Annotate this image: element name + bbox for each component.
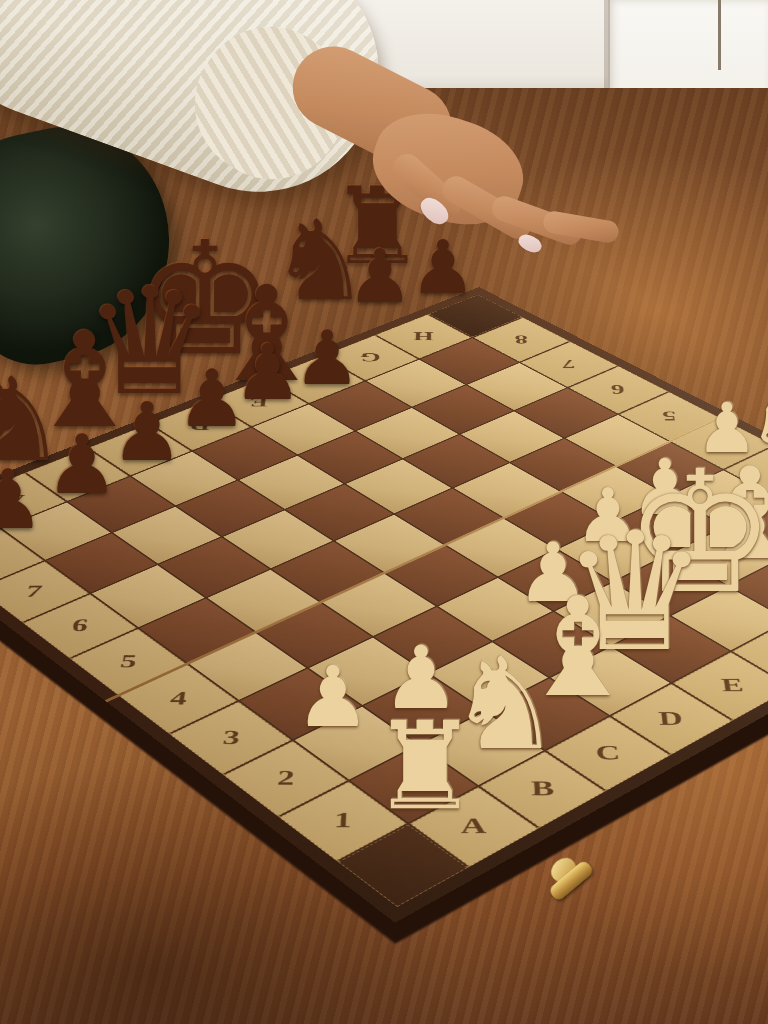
file-label-g: G [359, 351, 380, 365]
rank-label-7: 7 [24, 582, 44, 601]
door-frame-seam [718, 0, 721, 70]
piece-black-pawn-a7[interactable]: ♟ [0, 459, 45, 541]
file-label-c: C [595, 741, 621, 764]
piece-white-pawn-a3[interactable]: ♟ [295, 655, 370, 739]
rank-label-7: 7 [562, 357, 577, 371]
file-label-e: E [720, 675, 745, 696]
rank-label-5: 5 [661, 408, 677, 423]
rank-label-6: 6 [70, 616, 90, 636]
rank-label-8: 8 [514, 333, 528, 347]
file-label-d: D [658, 707, 685, 729]
file-label-b: B [530, 777, 554, 801]
piece-black-pawn-g7[interactable]: ♟ [347, 239, 413, 313]
rank-label-1: 1 [333, 808, 352, 833]
piece-black-pawn-h7[interactable]: ♟ [410, 230, 476, 304]
piece-black-pawn-c7[interactable]: ♟ [111, 392, 184, 473]
piece-black-pawn-d7[interactable]: ♟ [177, 360, 248, 439]
rank-label-2: 2 [276, 766, 295, 790]
rank-label-6: 6 [611, 382, 626, 397]
piece-black-pawn-f7[interactable]: ♟ [293, 321, 360, 396]
rank-label-3: 3 [221, 726, 240, 749]
piece-white-rook-a1[interactable]: ♜ [371, 706, 479, 827]
rank-label-5: 5 [118, 651, 138, 672]
piece-black-pawn-b7[interactable]: ♟ [45, 424, 119, 506]
rank-label-4: 4 [169, 688, 189, 710]
file-label-h: H [413, 329, 434, 343]
